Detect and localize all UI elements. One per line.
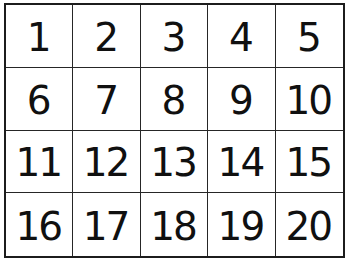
number-cell: 14 bbox=[208, 131, 275, 194]
number-cell: 4 bbox=[208, 5, 275, 68]
number-cell: 15 bbox=[276, 131, 343, 194]
number-cell: 9 bbox=[208, 68, 275, 131]
number-cell: 12 bbox=[73, 131, 140, 194]
number-cell: 1 bbox=[6, 5, 73, 68]
number-cell: 10 bbox=[276, 68, 343, 131]
number-cell: 8 bbox=[141, 68, 208, 131]
number-cell: 19 bbox=[208, 193, 275, 256]
number-chart-page: 1 2 3 4 5 6 7 8 9 10 11 12 13 14 15 16 1… bbox=[0, 0, 350, 263]
number-cell: 6 bbox=[6, 68, 73, 131]
number-cell: 2 bbox=[73, 5, 140, 68]
number-grid: 1 2 3 4 5 6 7 8 9 10 11 12 13 14 15 16 1… bbox=[4, 3, 345, 258]
number-cell: 17 bbox=[73, 193, 140, 256]
number-cell: 7 bbox=[73, 68, 140, 131]
number-cell: 11 bbox=[6, 131, 73, 194]
number-cell: 16 bbox=[6, 193, 73, 256]
number-cell: 13 bbox=[141, 131, 208, 194]
number-cell: 3 bbox=[141, 5, 208, 68]
number-cell: 5 bbox=[276, 5, 343, 68]
number-cell: 18 bbox=[141, 193, 208, 256]
number-cell: 20 bbox=[276, 193, 343, 256]
